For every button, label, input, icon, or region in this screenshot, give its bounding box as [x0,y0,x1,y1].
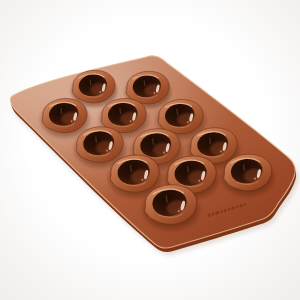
cavity-gloss-speck [153,92,155,94]
cavity-gloss-speck [130,120,132,122]
cavity-gloss-speck [71,120,73,122]
cavity-gloss-speck [198,180,200,182]
cavity-gloss-speck [99,91,101,93]
cavity-12 [143,185,198,230]
cavity-3 [41,99,89,138]
cavity-gloss-speck [220,151,222,153]
product-photo-stage [0,0,300,300]
cavity-gloss-speck [141,179,143,181]
cavity-gloss-speck [106,150,108,152]
cavity-gloss-speck [163,152,165,154]
cavity-gloss-speck [178,210,180,212]
mold-product-photo [0,0,300,300]
cavity-gloss-speck [187,121,189,123]
cavity-11 [222,154,273,195]
cavity-gloss-speck [254,178,256,180]
